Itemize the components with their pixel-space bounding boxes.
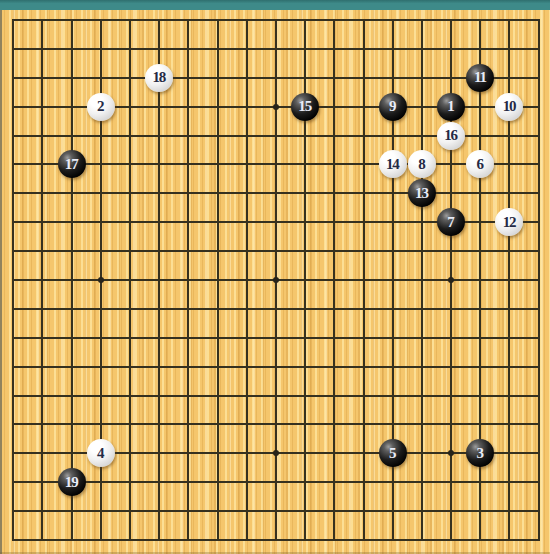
intersection-ol[interactable]: [407, 323, 436, 352]
intersection-kh[interactable]: [291, 208, 320, 237]
intersection-iq[interactable]: [232, 468, 261, 497]
intersection-mp[interactable]: [349, 439, 378, 468]
intersection-os[interactable]: [407, 526, 436, 554]
intersection-ps[interactable]: [437, 526, 466, 554]
intersection-qh[interactable]: [466, 208, 495, 237]
intersection-ph[interactable]: 7: [437, 208, 466, 237]
intersection-jh[interactable]: [261, 208, 290, 237]
intersection-kq[interactable]: [291, 468, 320, 497]
intersection-jb[interactable]: [261, 34, 290, 63]
intersection-mg[interactable]: [349, 179, 378, 208]
intersection-sf[interactable]: [524, 150, 550, 179]
intersection-bo[interactable]: [28, 410, 57, 439]
intersection-fn[interactable]: [145, 381, 174, 410]
intersection-lq[interactable]: [320, 468, 349, 497]
intersection-ai[interactable]: [0, 237, 28, 266]
intersection-dq[interactable]: [86, 468, 115, 497]
intersection-he[interactable]: [203, 121, 232, 150]
intersection-bq[interactable]: [28, 468, 57, 497]
intersection-rp[interactable]: [495, 439, 524, 468]
intersection-sj[interactable]: [524, 266, 550, 295]
intersection-dj[interactable]: [86, 266, 115, 295]
intersection-rd[interactable]: 10: [495, 92, 524, 121]
intersection-ao[interactable]: [0, 410, 28, 439]
intersection-nr[interactable]: [378, 497, 407, 526]
intersection-dd[interactable]: 2: [86, 92, 115, 121]
intersection-ls[interactable]: [320, 526, 349, 554]
intersection-pf[interactable]: [437, 150, 466, 179]
intersection-ji[interactable]: [261, 237, 290, 266]
intersection-qp[interactable]: 3: [466, 439, 495, 468]
intersection-lk[interactable]: [320, 294, 349, 323]
intersection-gc[interactable]: [174, 63, 203, 92]
intersection-ek[interactable]: [115, 294, 144, 323]
intersection-jm[interactable]: [261, 352, 290, 381]
intersection-bk[interactable]: [28, 294, 57, 323]
intersection-ml[interactable]: [349, 323, 378, 352]
intersection-pe[interactable]: 16: [437, 121, 466, 150]
intersection-qe[interactable]: [466, 121, 495, 150]
intersection-cr[interactable]: [57, 497, 86, 526]
intersection-nf[interactable]: 14: [378, 150, 407, 179]
intersection-af[interactable]: [0, 150, 28, 179]
intersection-li[interactable]: [320, 237, 349, 266]
intersection-co[interactable]: [57, 410, 86, 439]
intersection-ms[interactable]: [349, 526, 378, 554]
intersection-mc[interactable]: [349, 63, 378, 92]
intersection-nj[interactable]: [378, 266, 407, 295]
intersection-gq[interactable]: [174, 468, 203, 497]
intersection-ll[interactable]: [320, 323, 349, 352]
intersection-om[interactable]: [407, 352, 436, 381]
intersection-gg[interactable]: [174, 179, 203, 208]
intersection-pq[interactable]: [437, 468, 466, 497]
intersection-cj[interactable]: [57, 266, 86, 295]
intersection-ie[interactable]: [232, 121, 261, 150]
intersection-sl[interactable]: [524, 323, 550, 352]
intersection-oj[interactable]: [407, 266, 436, 295]
intersection-hm[interactable]: [203, 352, 232, 381]
intersection-rr[interactable]: [495, 497, 524, 526]
intersection-qo[interactable]: [466, 410, 495, 439]
intersection-ci[interactable]: [57, 237, 86, 266]
intersection-ap[interactable]: [0, 439, 28, 468]
intersection-fd[interactable]: [145, 92, 174, 121]
intersection-pn[interactable]: [437, 381, 466, 410]
intersection-ae[interactable]: [0, 121, 28, 150]
intersection-dk[interactable]: [86, 294, 115, 323]
intersection-hg[interactable]: [203, 179, 232, 208]
intersection-is[interactable]: [232, 526, 261, 554]
intersection-er[interactable]: [115, 497, 144, 526]
intersection-ej[interactable]: [115, 266, 144, 295]
intersection-kb[interactable]: [291, 34, 320, 63]
intersection-hr[interactable]: [203, 497, 232, 526]
intersection-nm[interactable]: [378, 352, 407, 381]
intersection-sb[interactable]: [524, 34, 550, 63]
intersection-gl[interactable]: [174, 323, 203, 352]
intersection-lr[interactable]: [320, 497, 349, 526]
intersection-bb[interactable]: [28, 34, 57, 63]
intersection-gr[interactable]: [174, 497, 203, 526]
intersection-eg[interactable]: [115, 179, 144, 208]
intersection-md[interactable]: [349, 92, 378, 121]
intersection-eo[interactable]: [115, 410, 144, 439]
intersection-cf[interactable]: 17: [57, 150, 86, 179]
intersection-mr[interactable]: [349, 497, 378, 526]
intersection-ds[interactable]: [86, 526, 115, 554]
intersection-fo[interactable]: [145, 410, 174, 439]
intersection-lc[interactable]: [320, 63, 349, 92]
intersection-cl[interactable]: [57, 323, 86, 352]
intersection-pr[interactable]: [437, 497, 466, 526]
intersection-nn[interactable]: [378, 381, 407, 410]
intersection-sd[interactable]: [524, 92, 550, 121]
intersection-fi[interactable]: [145, 237, 174, 266]
intersection-le[interactable]: [320, 121, 349, 150]
intersection-dn[interactable]: [86, 381, 115, 410]
intersection-jj[interactable]: [261, 266, 290, 295]
intersection-qb[interactable]: [466, 34, 495, 63]
intersection-as[interactable]: [0, 526, 28, 554]
intersection-sc[interactable]: [524, 63, 550, 92]
intersection-dc[interactable]: [86, 63, 115, 92]
intersection-ik[interactable]: [232, 294, 261, 323]
intersection-ig[interactable]: [232, 179, 261, 208]
intersection-rn[interactable]: [495, 381, 524, 410]
intersection-rl[interactable]: [495, 323, 524, 352]
intersection-aj[interactable]: [0, 266, 28, 295]
intersection-hc[interactable]: [203, 63, 232, 92]
intersection-lb[interactable]: [320, 34, 349, 63]
intersection-hb[interactable]: [203, 34, 232, 63]
intersection-sm[interactable]: [524, 352, 550, 381]
intersection-dg[interactable]: [86, 179, 115, 208]
intersection-hk[interactable]: [203, 294, 232, 323]
intersection-on[interactable]: [407, 381, 436, 410]
intersection-rg[interactable]: [495, 179, 524, 208]
intersection-oi[interactable]: [407, 237, 436, 266]
intersection-ln[interactable]: [320, 381, 349, 410]
intersection-gi[interactable]: [174, 237, 203, 266]
intersection-rf[interactable]: [495, 150, 524, 179]
intersection-qj[interactable]: [466, 266, 495, 295]
intersection-rq[interactable]: [495, 468, 524, 497]
intersection-hj[interactable]: [203, 266, 232, 295]
intersection-kj[interactable]: [291, 266, 320, 295]
intersection-pl[interactable]: [437, 323, 466, 352]
intersection-fc[interactable]: 18: [145, 63, 174, 92]
intersection-eb[interactable]: [115, 34, 144, 63]
intersection-nk[interactable]: [378, 294, 407, 323]
intersection-di[interactable]: [86, 237, 115, 266]
intersection-qd[interactable]: [466, 92, 495, 121]
intersection-rk[interactable]: [495, 294, 524, 323]
intersection-ni[interactable]: [378, 237, 407, 266]
intersection-jd[interactable]: [261, 92, 290, 121]
intersection-ch[interactable]: [57, 208, 86, 237]
intersection-mk[interactable]: [349, 294, 378, 323]
intersection-bd[interactable]: [28, 92, 57, 121]
intersection-sk[interactable]: [524, 294, 550, 323]
intersection-es[interactable]: [115, 526, 144, 554]
intersection-km[interactable]: [291, 352, 320, 381]
intersection-gk[interactable]: [174, 294, 203, 323]
intersection-hl[interactable]: [203, 323, 232, 352]
intersection-hf[interactable]: [203, 150, 232, 179]
intersection-cs[interactable]: [57, 526, 86, 554]
intersection-cd[interactable]: [57, 92, 86, 121]
intersection-nl[interactable]: [378, 323, 407, 352]
intersection-lj[interactable]: [320, 266, 349, 295]
intersection-no[interactable]: [378, 410, 407, 439]
intersection-aq[interactable]: [0, 468, 28, 497]
intersection-fg[interactable]: [145, 179, 174, 208]
intersection-nc[interactable]: [378, 63, 407, 92]
intersection-pg[interactable]: [437, 179, 466, 208]
intersection-cg[interactable]: [57, 179, 86, 208]
intersection-ak[interactable]: [0, 294, 28, 323]
intersection-qr[interactable]: [466, 497, 495, 526]
intersection-mo[interactable]: [349, 410, 378, 439]
intersection-hq[interactable]: [203, 468, 232, 497]
intersection-sr[interactable]: [524, 497, 550, 526]
intersection-bi[interactable]: [28, 237, 57, 266]
intersection-mb[interactable]: [349, 34, 378, 63]
intersection-lh[interactable]: [320, 208, 349, 237]
intersection-jq[interactable]: [261, 468, 290, 497]
intersection-pj[interactable]: [437, 266, 466, 295]
intersection-ki[interactable]: [291, 237, 320, 266]
intersection-qq[interactable]: [466, 468, 495, 497]
intersection-ri[interactable]: [495, 237, 524, 266]
intersection-ql[interactable]: [466, 323, 495, 352]
intersection-ma[interactable]: [349, 10, 378, 34]
intersection-pm[interactable]: [437, 352, 466, 381]
intersection-kn[interactable]: [291, 381, 320, 410]
intersection-ks[interactable]: [291, 526, 320, 554]
intersection-ah[interactable]: [0, 208, 28, 237]
intersection-qn[interactable]: [466, 381, 495, 410]
intersection-an[interactable]: [0, 381, 28, 410]
intersection-fb[interactable]: [145, 34, 174, 63]
intersection-mi[interactable]: [349, 237, 378, 266]
intersection-go[interactable]: [174, 410, 203, 439]
intersection-or[interactable]: [407, 497, 436, 526]
intersection-qs[interactable]: [466, 526, 495, 554]
intersection-je[interactable]: [261, 121, 290, 150]
intersection-ih[interactable]: [232, 208, 261, 237]
intersection-ne[interactable]: [378, 121, 407, 150]
intersection-ir[interactable]: [232, 497, 261, 526]
intersection-be[interactable]: [28, 121, 57, 150]
intersection-qk[interactable]: [466, 294, 495, 323]
intersection-jg[interactable]: [261, 179, 290, 208]
intersection-kr[interactable]: [291, 497, 320, 526]
intersection-mh[interactable]: [349, 208, 378, 237]
intersection-eq[interactable]: [115, 468, 144, 497]
intersection-lf[interactable]: [320, 150, 349, 179]
intersection-re[interactable]: [495, 121, 524, 150]
intersection-br[interactable]: [28, 497, 57, 526]
intersection-ha[interactable]: [203, 10, 232, 34]
intersection-jo[interactable]: [261, 410, 290, 439]
intersection-ac[interactable]: [0, 63, 28, 92]
intersection-kp[interactable]: [291, 439, 320, 468]
intersection-po[interactable]: [437, 410, 466, 439]
intersection-kf[interactable]: [291, 150, 320, 179]
intersection-aa[interactable]: [0, 10, 28, 34]
intersection-rm[interactable]: [495, 352, 524, 381]
intersection-ad[interactable]: [0, 92, 28, 121]
intersection-cm[interactable]: [57, 352, 86, 381]
intersection-bj[interactable]: [28, 266, 57, 295]
intersection-ko[interactable]: [291, 410, 320, 439]
intersection-si[interactable]: [524, 237, 550, 266]
intersection-qa[interactable]: [466, 10, 495, 34]
intersection-ge[interactable]: [174, 121, 203, 150]
intersection-eh[interactable]: [115, 208, 144, 237]
intersection-sa[interactable]: [524, 10, 550, 34]
intersection-fp[interactable]: [145, 439, 174, 468]
intersection-np[interactable]: 5: [378, 439, 407, 468]
intersection-ga[interactable]: [174, 10, 203, 34]
intersection-ei[interactable]: [115, 237, 144, 266]
intersection-do[interactable]: [86, 410, 115, 439]
intersection-mm[interactable]: [349, 352, 378, 381]
intersection-ef[interactable]: [115, 150, 144, 179]
intersection-ca[interactable]: [57, 10, 86, 34]
intersection-hn[interactable]: [203, 381, 232, 410]
intersection-fe[interactable]: [145, 121, 174, 150]
intersection-ec[interactable]: [115, 63, 144, 92]
intersection-cn[interactable]: [57, 381, 86, 410]
intersection-dp[interactable]: 4: [86, 439, 115, 468]
intersection-ns[interactable]: [378, 526, 407, 554]
intersection-kd[interactable]: 15: [291, 92, 320, 121]
intersection-me[interactable]: [349, 121, 378, 150]
intersection-ho[interactable]: [203, 410, 232, 439]
intersection-pa[interactable]: [437, 10, 466, 34]
intersection-ia[interactable]: [232, 10, 261, 34]
intersection-ab[interactable]: [0, 34, 28, 63]
intersection-bs[interactable]: [28, 526, 57, 554]
intersection-pi[interactable]: [437, 237, 466, 266]
intersection-in[interactable]: [232, 381, 261, 410]
intersection-im[interactable]: [232, 352, 261, 381]
intersection-gh[interactable]: [174, 208, 203, 237]
intersection-js[interactable]: [261, 526, 290, 554]
intersection-id[interactable]: [232, 92, 261, 121]
intersection-qi[interactable]: [466, 237, 495, 266]
intersection-og[interactable]: 13: [407, 179, 436, 208]
intersection-fm[interactable]: [145, 352, 174, 381]
intersection-bc[interactable]: [28, 63, 57, 92]
intersection-df[interactable]: [86, 150, 115, 179]
intersection-de[interactable]: [86, 121, 115, 150]
intersection-rh[interactable]: 12: [495, 208, 524, 237]
intersection-io[interactable]: [232, 410, 261, 439]
intersection-qc[interactable]: 11: [466, 63, 495, 92]
intersection-mn[interactable]: [349, 381, 378, 410]
intersection-ob[interactable]: [407, 34, 436, 63]
intersection-oh[interactable]: [407, 208, 436, 237]
intersection-gn[interactable]: [174, 381, 203, 410]
intersection-bm[interactable]: [28, 352, 57, 381]
intersection-hs[interactable]: [203, 526, 232, 554]
intersection-jp[interactable]: [261, 439, 290, 468]
intersection-sp[interactable]: [524, 439, 550, 468]
intersection-el[interactable]: [115, 323, 144, 352]
intersection-ed[interactable]: [115, 92, 144, 121]
intersection-kk[interactable]: [291, 294, 320, 323]
intersection-sh[interactable]: [524, 208, 550, 237]
intersection-al[interactable]: [0, 323, 28, 352]
intersection-gp[interactable]: [174, 439, 203, 468]
intersection-db[interactable]: [86, 34, 115, 63]
intersection-ip[interactable]: [232, 439, 261, 468]
intersection-ng[interactable]: [378, 179, 407, 208]
intersection-gb[interactable]: [174, 34, 203, 63]
intersection-rj[interactable]: [495, 266, 524, 295]
intersection-of[interactable]: 8: [407, 150, 436, 179]
intersection-rc[interactable]: [495, 63, 524, 92]
intersection-pc[interactable]: [437, 63, 466, 92]
intersection-jk[interactable]: [261, 294, 290, 323]
intersection-dh[interactable]: [86, 208, 115, 237]
intersection-fj[interactable]: [145, 266, 174, 295]
intersection-cb[interactable]: [57, 34, 86, 63]
intersection-mj[interactable]: [349, 266, 378, 295]
intersection-il[interactable]: [232, 323, 261, 352]
intersection-ka[interactable]: [291, 10, 320, 34]
intersection-ib[interactable]: [232, 34, 261, 63]
intersection-ck[interactable]: [57, 294, 86, 323]
intersection-oq[interactable]: [407, 468, 436, 497]
intersection-ep[interactable]: [115, 439, 144, 468]
intersection-jc[interactable]: [261, 63, 290, 92]
intersection-sg[interactable]: [524, 179, 550, 208]
intersection-rs[interactable]: [495, 526, 524, 554]
intersection-fq[interactable]: [145, 468, 174, 497]
intersection-oa[interactable]: [407, 10, 436, 34]
intersection-ss[interactable]: [524, 526, 550, 554]
intersection-gj[interactable]: [174, 266, 203, 295]
intersection-jn[interactable]: [261, 381, 290, 410]
intersection-oc[interactable]: [407, 63, 436, 92]
intersection-sq[interactable]: [524, 468, 550, 497]
intersection-dl[interactable]: [86, 323, 115, 352]
intersection-qm[interactable]: [466, 352, 495, 381]
intersection-fk[interactable]: [145, 294, 174, 323]
intersection-ld[interactable]: [320, 92, 349, 121]
intersection-ok[interactable]: [407, 294, 436, 323]
intersection-jf[interactable]: [261, 150, 290, 179]
intersection-mf[interactable]: [349, 150, 378, 179]
intersection-oe[interactable]: [407, 121, 436, 150]
intersection-fs[interactable]: [145, 526, 174, 554]
intersection-bg[interactable]: [28, 179, 57, 208]
intersection-fl[interactable]: [145, 323, 174, 352]
intersection-pb[interactable]: [437, 34, 466, 63]
intersection-jr[interactable]: [261, 497, 290, 526]
intersection-ij[interactable]: [232, 266, 261, 295]
intersection-nq[interactable]: [378, 468, 407, 497]
intersection-ba[interactable]: [28, 10, 57, 34]
intersection-ff[interactable]: [145, 150, 174, 179]
intersection-hh[interactable]: [203, 208, 232, 237]
intersection-ic[interactable]: [232, 63, 261, 92]
